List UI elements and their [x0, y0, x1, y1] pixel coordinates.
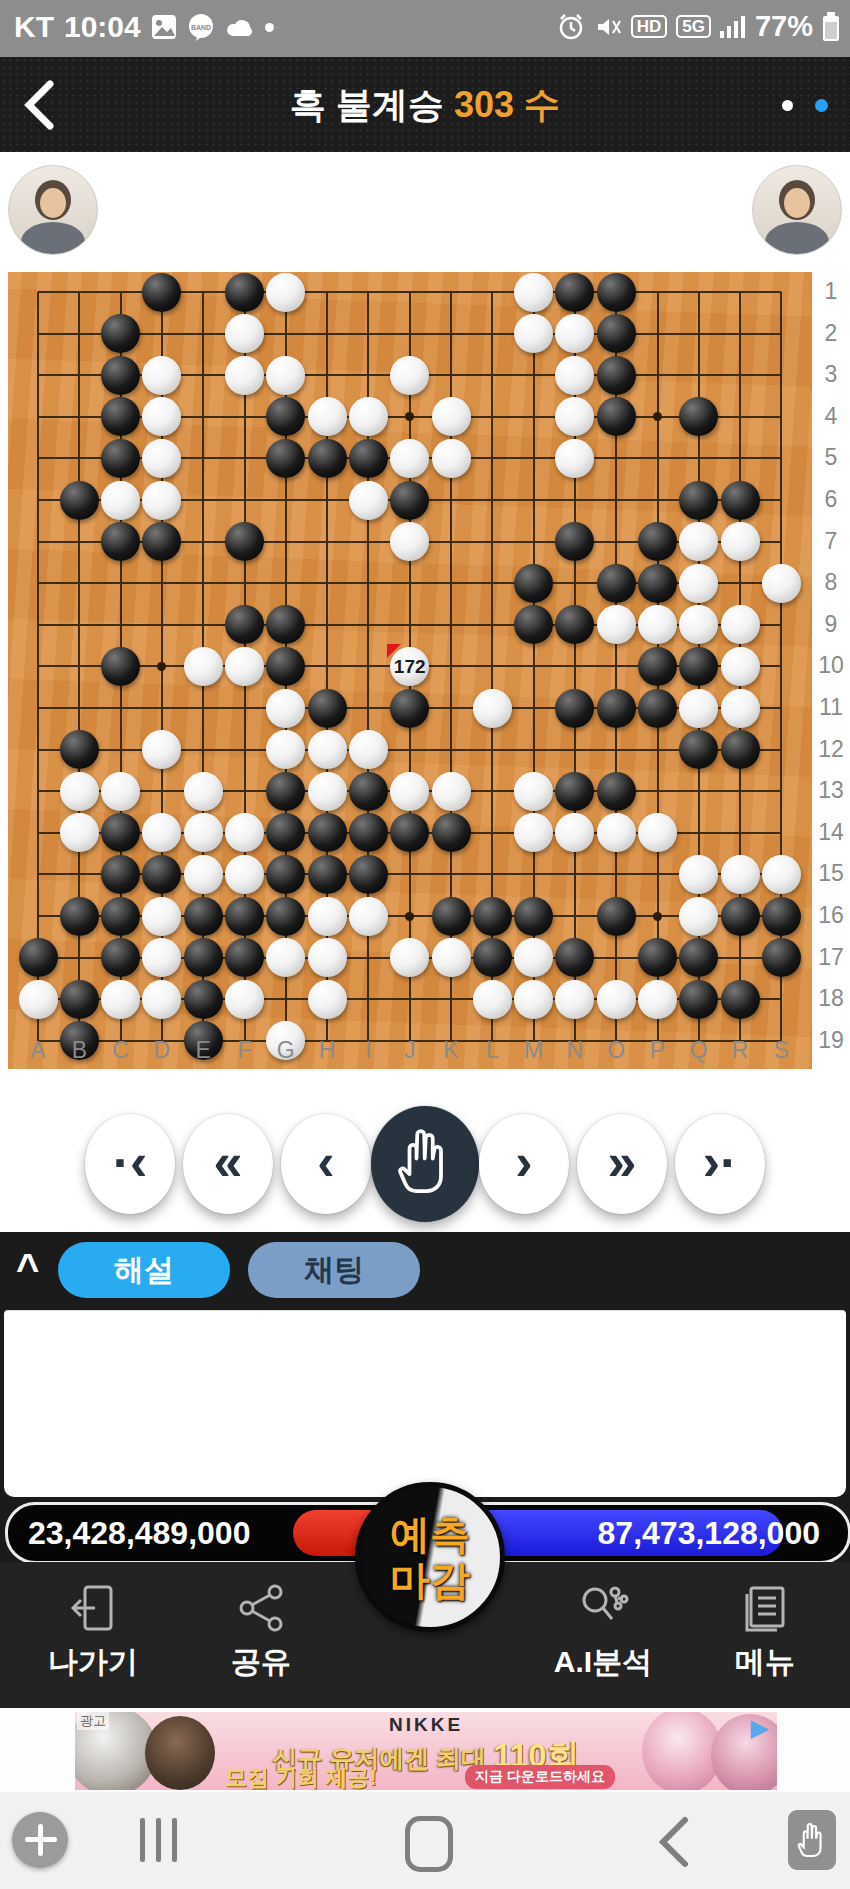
black-stone: [721, 730, 760, 769]
column-label: I: [348, 1037, 388, 1064]
black-stone: [638, 938, 677, 977]
white-stone: [679, 605, 718, 644]
white-stone: [597, 980, 636, 1019]
black-stone: [266, 397, 305, 436]
white-stone: [142, 439, 181, 478]
white-stone: [308, 897, 347, 936]
black-stone: [597, 897, 636, 936]
row-label: 11: [816, 694, 846, 721]
black-stone: [349, 813, 388, 852]
column-label: H: [307, 1037, 347, 1064]
black-stone: [101, 897, 140, 936]
white-stone: [721, 605, 760, 644]
black-stone: [184, 980, 223, 1019]
black-stone: [225, 938, 264, 977]
row-label: 19: [816, 1027, 846, 1054]
column-label: P: [638, 1037, 678, 1064]
row-label: 14: [816, 819, 846, 846]
black-stone: [638, 689, 677, 728]
commentary-area[interactable]: [4, 1310, 846, 1497]
to-start-button[interactable]: ·‹: [85, 1114, 175, 1214]
black-stone: [266, 897, 305, 936]
black-stone: [142, 855, 181, 894]
black-stone: [225, 897, 264, 936]
star-point: [405, 412, 414, 421]
white-stone: [721, 647, 760, 686]
black-stone: [390, 481, 429, 520]
white-stone: [142, 980, 181, 1019]
star-point: [653, 412, 662, 421]
white-stone: [555, 439, 594, 478]
column-label: G: [266, 1037, 306, 1064]
row-label: 9: [816, 611, 846, 638]
move-count: 303 수: [454, 84, 560, 125]
row-label: 8: [816, 569, 846, 596]
collapse-panel-icon[interactable]: ^: [16, 1246, 39, 1291]
black-stone: [721, 980, 760, 1019]
white-stone: [762, 855, 801, 894]
white-stone: [225, 855, 264, 894]
white-stone: [225, 314, 264, 353]
white-stone: [432, 397, 471, 436]
white-stone: [432, 439, 471, 478]
share-button[interactable]: 공유: [186, 1582, 336, 1683]
black-stone: [514, 897, 553, 936]
forward-button[interactable]: ›: [479, 1114, 569, 1214]
white-stone: [349, 481, 388, 520]
black-stone: [101, 522, 140, 561]
white-stone: [514, 314, 553, 353]
white-stone: [349, 730, 388, 769]
column-label: S: [761, 1037, 801, 1064]
white-stone: [19, 980, 58, 1019]
white-stone: [514, 938, 553, 977]
white-stone: [473, 980, 512, 1019]
white-stone: [266, 938, 305, 977]
page-dot-1[interactable]: [782, 100, 793, 111]
tab-commentary[interactable]: 해설: [58, 1242, 230, 1298]
black-stone: [266, 772, 305, 811]
column-label: Q: [679, 1037, 719, 1064]
go-board[interactable]: 172: [8, 272, 812, 1069]
black-stone: [555, 938, 594, 977]
black-stone: [555, 273, 594, 312]
status-time: 10:04: [64, 10, 141, 44]
white-stone: [679, 564, 718, 603]
column-label: R: [720, 1037, 760, 1064]
to-end-button[interactable]: ›·: [675, 1114, 765, 1214]
white-stone: [679, 522, 718, 561]
black-stone: [142, 273, 181, 312]
band-notification-icon: BAND: [187, 13, 215, 41]
ad-headline: 신규 유저에겐 최대 110회: [75, 1734, 777, 1779]
black-stone: [679, 481, 718, 520]
white-stone: [638, 605, 677, 644]
black-stone: [638, 647, 677, 686]
black-stone: [308, 855, 347, 894]
more-notifications-dot: [265, 23, 274, 32]
white-stone: [721, 689, 760, 728]
black-stone: [597, 689, 636, 728]
ad-play-icon: ▶: [751, 1714, 769, 1742]
page-dot-2-active[interactable]: [815, 99, 828, 112]
column-label: B: [59, 1037, 99, 1064]
white-stone: [142, 813, 181, 852]
white-stone: [101, 980, 140, 1019]
black-stone: [679, 647, 718, 686]
black-stone: [101, 813, 140, 852]
black-stone: [101, 314, 140, 353]
ad-cta-button[interactable]: 지금 다운로드하세요: [465, 1765, 615, 1789]
white-stone: [308, 772, 347, 811]
row-label: 5: [816, 444, 846, 471]
star-point: [157, 662, 166, 671]
move-navigation: ·‹ « ‹ › » ›·: [0, 1100, 850, 1230]
prediction-closed-badge: 예측 마감: [355, 1482, 505, 1632]
black-stone: [597, 273, 636, 312]
black-stone: [679, 938, 718, 977]
black-stone: [762, 897, 801, 936]
white-stone: [142, 897, 181, 936]
column-label: L: [472, 1037, 512, 1064]
go-broadcast-app: KT 10:04 BAND HD 5G 77% 흑 불계승 303 수: [0, 0, 850, 1889]
white-stone: [555, 980, 594, 1019]
black-stone: [349, 772, 388, 811]
white-stone: [514, 980, 553, 1019]
edge-panel-button[interactable]: [788, 1810, 836, 1870]
exit-button[interactable]: 나가기: [18, 1582, 168, 1683]
black-stone: [473, 938, 512, 977]
column-label: K: [431, 1037, 471, 1064]
network-5g-icon: 5G: [676, 15, 711, 38]
black-vote-amount: 23,428,489,000: [28, 1515, 250, 1552]
recents-icon[interactable]: [140, 1818, 177, 1862]
black-stone: [432, 897, 471, 936]
black-stone: [308, 813, 347, 852]
last-move-number: 172: [390, 647, 429, 686]
fast-backward-button[interactable]: «: [183, 1114, 273, 1214]
white-vote-amount: 87,473,128,000: [598, 1515, 820, 1552]
fast-forward-button[interactable]: »: [577, 1114, 667, 1214]
black-stone: [101, 938, 140, 977]
black-stone: [308, 439, 347, 478]
row-label: 15: [816, 860, 846, 887]
menu-button[interactable]: 메뉴: [690, 1582, 840, 1683]
photo-notification-icon: [151, 14, 177, 40]
white-stone: [597, 813, 636, 852]
white-stone: [555, 356, 594, 395]
white-stone: [349, 397, 388, 436]
black-stone: [101, 647, 140, 686]
white-stone: [514, 772, 553, 811]
white-stone: [142, 356, 181, 395]
white-stone: [679, 897, 718, 936]
row-label: 13: [816, 777, 846, 804]
black-stone: [60, 980, 99, 1019]
black-stone: [60, 897, 99, 936]
black-stone: [597, 356, 636, 395]
black-stone: [597, 397, 636, 436]
white-stone: [60, 813, 99, 852]
white-stone: [679, 855, 718, 894]
black-stone: [555, 522, 594, 561]
black-stone: [60, 481, 99, 520]
star-point: [405, 912, 414, 921]
player-bar: 3 00:00:00 00:00:00 2 김은지 P9단 변상일 P9단 P: [0, 152, 850, 272]
black-stone: [266, 813, 305, 852]
black-stone: [349, 439, 388, 478]
ad-brand: NIKKE: [75, 1714, 777, 1736]
white-stone: [184, 647, 223, 686]
row-label: 17: [816, 944, 846, 971]
android-back-icon[interactable]: [655, 1814, 691, 1870]
column-label: O: [596, 1037, 636, 1064]
bottom-panel: ^ 해설 채팅 23,428,489,000 87,473,128,000 예측…: [0, 1232, 850, 1708]
black-stone: [390, 689, 429, 728]
white-stone: [514, 813, 553, 852]
black-stone: [184, 897, 223, 936]
white-stone: [142, 938, 181, 977]
tab-chat[interactable]: 채팅: [248, 1242, 420, 1298]
white-stone: [721, 522, 760, 561]
row-label: 4: [816, 403, 846, 430]
white-stone: [390, 522, 429, 561]
home-icon[interactable]: [405, 1816, 453, 1872]
white-player-avatar[interactable]: [752, 165, 842, 255]
white-stone: [142, 481, 181, 520]
white-stone: 172: [390, 647, 429, 686]
ad-banner[interactable]: NIKKE 신규 유저에겐 최대 110회 모집 기회 제공! 지금 다운로드하…: [75, 1712, 777, 1790]
menu-icon: [739, 1582, 791, 1634]
board-zone: 172 ABCDEFGHIJKLMNOPQRS 1234567891011121…: [0, 272, 850, 1100]
hd-voice-icon: HD: [631, 15, 668, 38]
svg-text:BAND: BAND: [191, 24, 211, 31]
row-label: 6: [816, 486, 846, 513]
black-stone: [101, 439, 140, 478]
black-stone: [762, 938, 801, 977]
black-stone: [266, 605, 305, 644]
black-stone: [597, 772, 636, 811]
white-stone: [308, 938, 347, 977]
row-label: 18: [816, 985, 846, 1012]
white-stone: [390, 439, 429, 478]
white-stone: [432, 938, 471, 977]
black-stone: [60, 730, 99, 769]
white-stone: [308, 397, 347, 436]
battery-icon: [822, 12, 840, 42]
column-label: A: [18, 1037, 58, 1064]
black-stone: [679, 397, 718, 436]
black-stone: [473, 897, 512, 936]
status-bar: KT 10:04 BAND HD 5G 77%: [0, 0, 850, 57]
white-stone: [308, 980, 347, 1019]
black-stone: [349, 855, 388, 894]
white-stone: [184, 855, 223, 894]
black-stone: [638, 564, 677, 603]
black-stone: [555, 689, 594, 728]
white-stone: [225, 980, 264, 1019]
black-stone: [101, 855, 140, 894]
white-stone: [597, 605, 636, 644]
game-result-title: 흑 불계승 303 수: [0, 81, 850, 130]
black-stone: [266, 647, 305, 686]
black-stone: [266, 855, 305, 894]
black-stone: [225, 273, 264, 312]
row-label: 12: [816, 736, 846, 763]
alarm-icon: [557, 13, 585, 41]
white-stone: [142, 730, 181, 769]
white-stone: [225, 647, 264, 686]
black-stone: [101, 397, 140, 436]
white-stone: [555, 314, 594, 353]
row-label: 16: [816, 902, 846, 929]
ai-analysis-icon: [577, 1582, 629, 1634]
white-stone: [514, 273, 553, 312]
black-stone: [225, 605, 264, 644]
column-label: M: [514, 1037, 554, 1064]
white-stone: [555, 813, 594, 852]
white-stone: [349, 897, 388, 936]
white-stone: [555, 397, 594, 436]
black-stone: [225, 522, 264, 561]
black-stone: [308, 689, 347, 728]
column-label: N: [555, 1037, 595, 1064]
cloud-notification-icon: [225, 16, 255, 38]
edge-hand-icon: [796, 1818, 828, 1862]
black-stone: [432, 813, 471, 852]
black-stone: [514, 605, 553, 644]
star-point: [653, 912, 662, 921]
black-stone: [555, 605, 594, 644]
backward-button[interactable]: ‹: [281, 1114, 371, 1214]
white-stone: [638, 813, 677, 852]
column-label: E: [183, 1037, 223, 1064]
black-stone: [597, 314, 636, 353]
column-label: C: [101, 1037, 141, 1064]
white-stone: [762, 564, 801, 603]
black-stone: [721, 481, 760, 520]
battery-percent: 77%: [755, 10, 813, 43]
exit-icon: [67, 1582, 119, 1634]
ad-row: NIKKE 신규 유저에겐 최대 110회 모집 기회 제공! 지금 다운로드하…: [0, 1708, 850, 1792]
android-nav-bar: [0, 1792, 850, 1889]
white-stone: [721, 855, 760, 894]
white-stone: [266, 730, 305, 769]
white-stone: [184, 772, 223, 811]
white-stone: [142, 397, 181, 436]
row-label: 2: [816, 320, 846, 347]
black-stone: [142, 522, 181, 561]
game-tools-fab[interactable]: [12, 1812, 68, 1868]
black-player-avatar[interactable]: [8, 165, 98, 255]
hand-icon: [394, 1126, 456, 1196]
white-stone: [308, 730, 347, 769]
black-stone: [184, 938, 223, 977]
row-label: 3: [816, 361, 846, 388]
white-stone: [638, 980, 677, 1019]
column-label: F: [225, 1037, 265, 1064]
white-stone: [390, 356, 429, 395]
white-stone: [225, 813, 264, 852]
black-stone: [266, 439, 305, 478]
hand-play-button[interactable]: [371, 1106, 479, 1222]
ad-subline: 모집 기회 제공!: [225, 1763, 377, 1790]
row-label: 1: [816, 278, 846, 305]
white-stone: [101, 772, 140, 811]
share-icon: [235, 1582, 287, 1634]
row-label: 7: [816, 528, 846, 555]
black-stone: [101, 356, 140, 395]
white-stone: [225, 356, 264, 395]
column-label: J: [390, 1037, 430, 1064]
ai-analysis-button[interactable]: A.I분석: [528, 1582, 678, 1683]
black-stone: [679, 980, 718, 1019]
row-label: 10: [816, 652, 846, 679]
black-stone: [390, 813, 429, 852]
white-stone: [473, 689, 512, 728]
white-stone: [390, 938, 429, 977]
header: 흑 불계승 303 수: [0, 57, 850, 152]
white-stone: [679, 689, 718, 728]
white-stone: [432, 772, 471, 811]
black-stone: [638, 522, 677, 561]
signal-strength-icon: [720, 15, 746, 39]
black-stone: [514, 564, 553, 603]
column-label: D: [142, 1037, 182, 1064]
white-stone: [101, 481, 140, 520]
black-stone: [597, 564, 636, 603]
ad-tag: 광고: [77, 1712, 109, 1730]
carrier-label: KT: [14, 10, 54, 44]
black-stone: [721, 897, 760, 936]
white-stone: [266, 689, 305, 728]
black-stone: [555, 772, 594, 811]
white-stone: [266, 273, 305, 312]
mute-vibrate-icon: [594, 13, 622, 41]
white-stone: [184, 813, 223, 852]
white-stone: [60, 772, 99, 811]
white-stone: [266, 356, 305, 395]
black-stone: [19, 938, 58, 977]
white-stone: [390, 772, 429, 811]
black-stone: [679, 730, 718, 769]
